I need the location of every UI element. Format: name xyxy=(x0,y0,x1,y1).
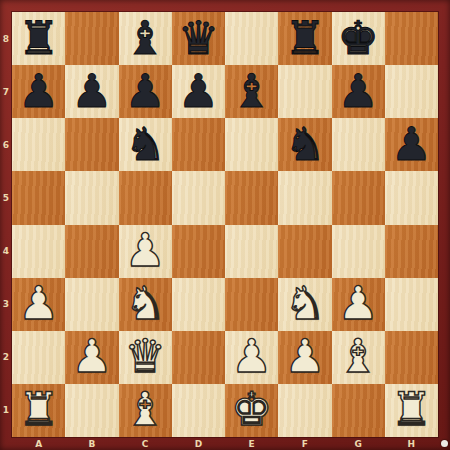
square-g1[interactable] xyxy=(332,384,385,437)
square-h5[interactable] xyxy=(385,171,438,224)
file-label-b: B xyxy=(65,437,118,450)
square-a4[interactable] xyxy=(12,225,65,278)
rank-label-1: 1 xyxy=(0,384,12,437)
piece-black-bishop[interactable]: ♝ xyxy=(125,15,166,61)
square-a6[interactable] xyxy=(12,118,65,171)
square-c8[interactable]: ♝ xyxy=(119,12,172,65)
square-c7[interactable]: ♟ xyxy=(119,65,172,118)
piece-white-pawn[interactable]: ♟ xyxy=(284,333,325,379)
square-h2[interactable] xyxy=(385,331,438,384)
rank-coordinates: 87654321 xyxy=(0,12,12,437)
square-d6[interactable] xyxy=(172,118,225,171)
square-f7[interactable] xyxy=(278,65,331,118)
square-g2[interactable]: ♝ xyxy=(332,331,385,384)
file-label-g: G xyxy=(332,437,385,450)
rank-label-5: 5 xyxy=(0,171,12,224)
square-e6[interactable] xyxy=(225,118,278,171)
square-d7[interactable]: ♟ xyxy=(172,65,225,118)
square-c5[interactable] xyxy=(119,171,172,224)
square-f4[interactable] xyxy=(278,225,331,278)
square-b1[interactable] xyxy=(65,384,118,437)
square-b6[interactable] xyxy=(65,118,118,171)
square-h1[interactable]: ♜ xyxy=(385,384,438,437)
piece-white-knight[interactable]: ♞ xyxy=(125,280,166,326)
piece-white-king[interactable]: ♚ xyxy=(231,386,272,432)
rank-label-2: 2 xyxy=(0,331,12,384)
square-g3[interactable]: ♟ xyxy=(332,278,385,331)
square-b7[interactable]: ♟ xyxy=(65,65,118,118)
square-f3[interactable]: ♞ xyxy=(278,278,331,331)
piece-white-queen[interactable]: ♛ xyxy=(125,333,166,379)
piece-black-pawn[interactable]: ♟ xyxy=(71,68,112,114)
piece-black-pawn[interactable]: ♟ xyxy=(391,121,432,167)
square-g8[interactable]: ♚ xyxy=(332,12,385,65)
square-c1[interactable]: ♝ xyxy=(119,384,172,437)
square-h6[interactable]: ♟ xyxy=(385,118,438,171)
piece-white-pawn[interactable]: ♟ xyxy=(125,227,166,273)
square-f8[interactable]: ♜ xyxy=(278,12,331,65)
piece-black-rook[interactable]: ♜ xyxy=(18,15,59,61)
square-g7[interactable]: ♟ xyxy=(332,65,385,118)
board-frame: ♜♝♛♜♚♟♟♟♟♝♟♞♞♟♟♟♞♞♟♟♛♟♟♝♜♝♚♜ 87654321 AB… xyxy=(0,0,450,450)
square-c6[interactable]: ♞ xyxy=(119,118,172,171)
piece-white-pawn[interactable]: ♟ xyxy=(71,333,112,379)
piece-black-bishop[interactable]: ♝ xyxy=(231,68,272,114)
rank-label-7: 7 xyxy=(0,65,12,118)
square-g6[interactable] xyxy=(332,118,385,171)
rank-label-4: 4 xyxy=(0,225,12,278)
file-label-h: H xyxy=(385,437,438,450)
file-label-d: D xyxy=(172,437,225,450)
square-d1[interactable] xyxy=(172,384,225,437)
square-g4[interactable] xyxy=(332,225,385,278)
piece-black-pawn[interactable]: ♟ xyxy=(178,68,219,114)
piece-white-bishop[interactable]: ♝ xyxy=(338,333,379,379)
square-e8[interactable] xyxy=(225,12,278,65)
file-label-c: C xyxy=(119,437,172,450)
square-b4[interactable] xyxy=(65,225,118,278)
rank-label-6: 6 xyxy=(0,118,12,171)
square-e2[interactable]: ♟ xyxy=(225,331,278,384)
square-a7[interactable]: ♟ xyxy=(12,65,65,118)
square-c2[interactable]: ♛ xyxy=(119,331,172,384)
square-a3[interactable]: ♟ xyxy=(12,278,65,331)
square-f2[interactable]: ♟ xyxy=(278,331,331,384)
square-d2[interactable] xyxy=(172,331,225,384)
square-h8[interactable] xyxy=(385,12,438,65)
piece-white-pawn[interactable]: ♟ xyxy=(231,333,272,379)
square-d8[interactable]: ♛ xyxy=(172,12,225,65)
square-c3[interactable]: ♞ xyxy=(119,278,172,331)
square-b2[interactable]: ♟ xyxy=(65,331,118,384)
square-f1[interactable] xyxy=(278,384,331,437)
square-g5[interactable] xyxy=(332,171,385,224)
piece-black-king[interactable]: ♚ xyxy=(338,15,379,61)
piece-black-rook[interactable]: ♜ xyxy=(284,15,325,61)
piece-black-knight[interactable]: ♞ xyxy=(284,121,325,167)
square-b5[interactable] xyxy=(65,171,118,224)
square-e1[interactable]: ♚ xyxy=(225,384,278,437)
chess-board: ♜♝♛♜♚♟♟♟♟♝♟♞♞♟♟♟♞♞♟♟♛♟♟♝♜♝♚♜ xyxy=(12,12,438,437)
square-a1[interactable]: ♜ xyxy=(12,384,65,437)
piece-black-pawn[interactable]: ♟ xyxy=(338,68,379,114)
file-label-a: A xyxy=(12,437,65,450)
file-label-f: F xyxy=(278,437,331,450)
rank-label-3: 3 xyxy=(0,278,12,331)
piece-black-queen[interactable]: ♛ xyxy=(178,15,219,61)
square-e4[interactable] xyxy=(225,225,278,278)
square-d3[interactable] xyxy=(172,278,225,331)
piece-black-knight[interactable]: ♞ xyxy=(125,121,166,167)
square-f6[interactable]: ♞ xyxy=(278,118,331,171)
square-e5[interactable] xyxy=(225,171,278,224)
side-to-move-indicator xyxy=(441,440,448,447)
square-a5[interactable] xyxy=(12,171,65,224)
file-coordinates: ABCDEFGH xyxy=(12,437,438,450)
square-b8[interactable] xyxy=(65,12,118,65)
square-b3[interactable] xyxy=(65,278,118,331)
square-h3[interactable] xyxy=(385,278,438,331)
square-e7[interactable]: ♝ xyxy=(225,65,278,118)
square-a8[interactable]: ♜ xyxy=(12,12,65,65)
piece-white-rook[interactable]: ♜ xyxy=(18,386,59,432)
piece-white-bishop[interactable]: ♝ xyxy=(125,386,166,432)
piece-white-pawn[interactable]: ♟ xyxy=(338,280,379,326)
square-d4[interactable] xyxy=(172,225,225,278)
square-h4[interactable] xyxy=(385,225,438,278)
piece-white-rook[interactable]: ♜ xyxy=(391,386,432,432)
square-h7[interactable] xyxy=(385,65,438,118)
piece-black-pawn[interactable]: ♟ xyxy=(18,68,59,114)
square-e3[interactable] xyxy=(225,278,278,331)
square-a2[interactable] xyxy=(12,331,65,384)
file-label-e: E xyxy=(225,437,278,450)
square-d5[interactable] xyxy=(172,171,225,224)
piece-white-knight[interactable]: ♞ xyxy=(284,280,325,326)
rank-label-8: 8 xyxy=(0,12,12,65)
square-f5[interactable] xyxy=(278,171,331,224)
piece-white-pawn[interactable]: ♟ xyxy=(18,280,59,326)
square-c4[interactable]: ♟ xyxy=(119,225,172,278)
piece-black-pawn[interactable]: ♟ xyxy=(125,68,166,114)
